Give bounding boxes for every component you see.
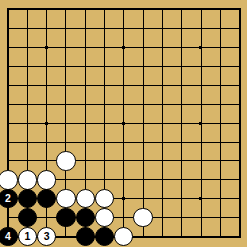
- black-stone: [18, 189, 37, 208]
- white-stone: [56, 189, 75, 208]
- go-board[interactable]: 2413: [0, 0, 247, 246]
- white-stone: [114, 227, 133, 246]
- white-stone: [133, 208, 152, 227]
- black-stone: [95, 227, 114, 246]
- star-point: [45, 46, 48, 49]
- star-point: [199, 122, 202, 125]
- white-stone: [56, 151, 75, 170]
- white-stone: [0, 170, 18, 189]
- move-3-stone: 3: [37, 227, 56, 246]
- black-stone: [56, 208, 75, 227]
- white-stone: [37, 170, 56, 189]
- star-point: [199, 197, 202, 200]
- black-stone: [76, 208, 95, 227]
- star-point: [122, 197, 125, 200]
- star-point: [45, 122, 48, 125]
- white-stone: [76, 189, 95, 208]
- black-stone: [18, 208, 37, 227]
- white-stone: [18, 170, 37, 189]
- move-2-stone: 2: [0, 189, 18, 208]
- move-1-stone: 1: [18, 227, 37, 246]
- black-stone: [76, 227, 95, 246]
- white-stone: [95, 189, 114, 208]
- move-4-stone: 4: [0, 227, 18, 246]
- black-stone: [37, 189, 56, 208]
- white-stone: [95, 208, 114, 227]
- star-point: [122, 46, 125, 49]
- star-point: [199, 46, 202, 49]
- star-point: [122, 122, 125, 125]
- go-board-diagram: 2413: [0, 0, 247, 247]
